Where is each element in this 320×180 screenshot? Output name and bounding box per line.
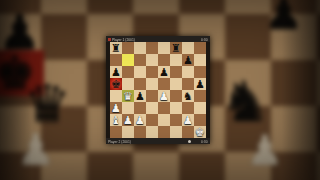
black-pawn[interactable]: ♟: [159, 66, 169, 77]
black-pawn[interactable]: ♟: [111, 66, 121, 77]
square-d5[interactable]: [146, 78, 158, 90]
square-c8[interactable]: [134, 42, 146, 54]
square-d8[interactable]: [146, 42, 158, 54]
square-b6[interactable]: [122, 66, 134, 78]
square-d7[interactable]: [146, 54, 158, 66]
square-g6[interactable]: [182, 66, 194, 78]
square-d1[interactable]: [146, 126, 158, 138]
blurred-black-queen-icon: ♛: [24, 78, 71, 130]
opponent-clock: 0:30: [201, 37, 208, 41]
square-e4[interactable]: ♟: [158, 90, 170, 102]
square-f4[interactable]: [170, 90, 182, 102]
white-pawn[interactable]: ♟: [123, 114, 133, 125]
square-e1[interactable]: [158, 126, 170, 138]
square-h8[interactable]: [194, 42, 206, 54]
square-a8[interactable]: ♜: [110, 42, 122, 54]
white-king[interactable]: ♚: [195, 126, 205, 137]
blurred-white-pawn-icon: ♟: [246, 130, 284, 172]
square-d4[interactable]: [146, 90, 158, 102]
white-pawn[interactable]: ♟: [159, 90, 169, 101]
white-pawn[interactable]: ♟: [183, 114, 193, 125]
blurred-white-pawn-icon: ♟: [16, 128, 55, 172]
square-b8[interactable]: [122, 42, 134, 54]
square-b7[interactable]: [122, 54, 134, 66]
blurred-black-knight-icon: ♞: [220, 74, 270, 130]
square-f3[interactable]: [170, 102, 182, 114]
square-h3[interactable]: [194, 102, 206, 114]
square-h5[interactable]: ♟: [194, 78, 206, 90]
clock-icon: [188, 140, 191, 143]
black-king[interactable]: ♚: [111, 78, 121, 89]
square-g4[interactable]: ♞: [182, 90, 194, 102]
square-c4[interactable]: ♟: [134, 90, 146, 102]
square-c7[interactable]: [134, 54, 146, 66]
square-f2[interactable]: [170, 114, 182, 126]
game-panel: Player 1 (2001) 0:30 ♜♜♟♟♟♚♟♛♟♟♞♟♝♟♟♟♚ P…: [106, 36, 210, 144]
chess-board[interactable]: ♜♜♟♟♟♚♟♛♟♟♞♟♝♟♟♟♚: [110, 42, 206, 138]
square-h7[interactable]: [194, 54, 206, 66]
black-pawn[interactable]: ♟: [135, 90, 145, 101]
square-g1[interactable]: [182, 126, 194, 138]
square-e8[interactable]: [158, 42, 170, 54]
square-g2[interactable]: ♟: [182, 114, 194, 126]
square-f8[interactable]: ♜: [170, 42, 182, 54]
black-rook[interactable]: ♜: [171, 42, 181, 53]
square-d2[interactable]: [146, 114, 158, 126]
square-e3[interactable]: [158, 102, 170, 114]
square-f1[interactable]: [170, 126, 182, 138]
square-d3[interactable]: [146, 102, 158, 114]
square-a1[interactable]: [110, 126, 122, 138]
white-pawn[interactable]: ♟: [111, 102, 121, 113]
black-pawn[interactable]: ♟: [195, 78, 205, 89]
video-frame: ♟ ♚ ♛ ♟ ♞ ♟ ♟ Player 1 (2001) 0:30 ♜♜♟♟♟…: [0, 0, 320, 180]
square-b1[interactable]: [122, 126, 134, 138]
player-bar: Player 2 (2001) 0:30: [106, 138, 210, 144]
square-e2[interactable]: [158, 114, 170, 126]
black-rook[interactable]: ♜: [111, 42, 121, 53]
square-d6[interactable]: [146, 66, 158, 78]
player-name: Player 2 (2001): [108, 139, 131, 143]
square-h1[interactable]: ♚: [194, 126, 206, 138]
square-c6[interactable]: [134, 66, 146, 78]
square-b2[interactable]: ♟: [122, 114, 134, 126]
white-pawn[interactable]: ♟: [135, 114, 145, 125]
square-a5[interactable]: ♚: [110, 78, 122, 90]
square-a2[interactable]: ♝: [110, 114, 122, 126]
white-bishop[interactable]: ♝: [111, 114, 121, 125]
player-clock: 0:30: [201, 139, 208, 143]
square-f5[interactable]: [170, 78, 182, 90]
square-h4[interactable]: [194, 90, 206, 102]
square-c1[interactable]: [134, 126, 146, 138]
square-b4[interactable]: ♛: [122, 90, 134, 102]
square-e6[interactable]: ♟: [158, 66, 170, 78]
square-f7[interactable]: [170, 54, 182, 66]
square-g7[interactable]: ♟: [182, 54, 194, 66]
white-queen[interactable]: ♛: [123, 90, 133, 101]
blurred-black-pawn-icon: ♟: [264, 0, 303, 36]
square-f6[interactable]: [170, 66, 182, 78]
square-c2[interactable]: ♟: [134, 114, 146, 126]
black-pawn[interactable]: ♟: [183, 54, 193, 65]
black-knight[interactable]: ♞: [183, 90, 193, 101]
